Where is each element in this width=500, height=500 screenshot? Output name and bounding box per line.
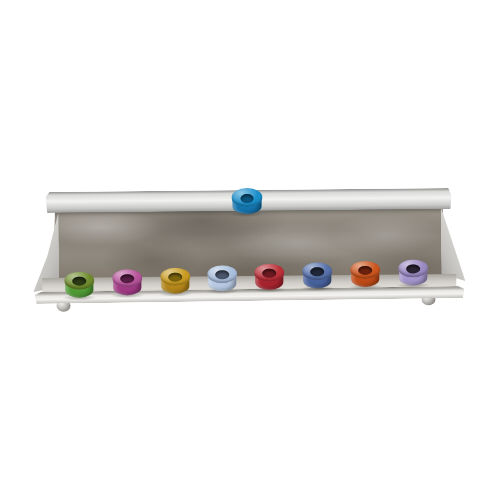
candle-cup-light-blue	[207, 265, 237, 291]
candle-cup-red	[254, 264, 284, 290]
right-side-wing	[441, 206, 466, 281]
candle-cup-blue	[302, 262, 332, 288]
candle-cup-green	[64, 271, 94, 297]
cup-hole	[406, 264, 420, 273]
candle-cup-row	[32, 183, 464, 187]
cup-hole	[240, 193, 253, 202]
candle-cup-purple	[398, 259, 428, 285]
cup-hole	[168, 273, 182, 282]
candle-cup-gold	[160, 268, 190, 294]
cup-hole	[310, 267, 324, 276]
menorah-tray	[32, 183, 465, 317]
candle-cup-turquoise	[231, 188, 262, 214]
product-photo	[0, 0, 500, 500]
cup-hole	[72, 277, 86, 286]
candle-cup-magenta	[112, 269, 142, 295]
candle-cup-orange	[350, 261, 380, 287]
